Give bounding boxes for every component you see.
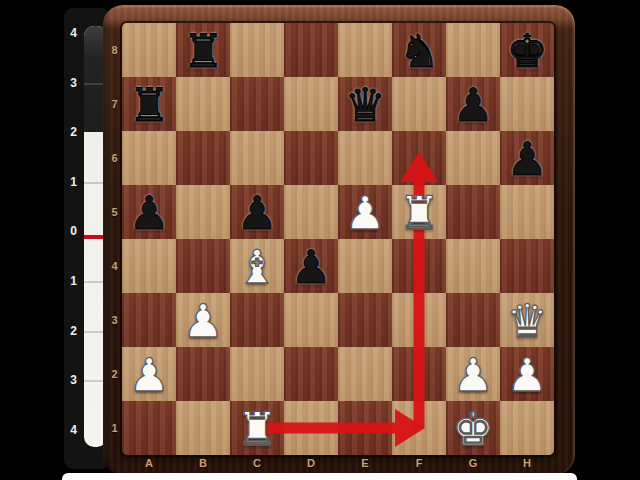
file-label-F: F [412, 457, 426, 469]
square-a2[interactable] [122, 347, 176, 401]
chess-board [122, 23, 554, 455]
square-g2[interactable] [446, 347, 500, 401]
square-d2[interactable] [284, 347, 338, 401]
eval-label-0: 4 [65, 25, 82, 41]
file-label-G: G [466, 457, 480, 469]
square-f1[interactable] [392, 401, 446, 455]
square-h2[interactable] [500, 347, 554, 401]
square-d1[interactable] [284, 401, 338, 455]
square-e7[interactable] [338, 77, 392, 131]
square-h8[interactable] [500, 23, 554, 77]
square-c8[interactable] [230, 23, 284, 77]
file-label-H: H [520, 457, 534, 469]
square-d6[interactable] [284, 131, 338, 185]
square-f7[interactable] [392, 77, 446, 131]
square-h7[interactable] [500, 77, 554, 131]
square-b5[interactable] [176, 185, 230, 239]
square-a5[interactable] [122, 185, 176, 239]
bottom-white-strip [62, 473, 577, 480]
square-h3[interactable] [500, 293, 554, 347]
eval-label-4: 0 [65, 223, 82, 239]
file-label-C: C [250, 457, 264, 469]
rank-label-7: 7 [108, 98, 121, 110]
board-frame: 87654321 ABCDEFGH [103, 5, 575, 475]
square-b1[interactable] [176, 401, 230, 455]
square-c7[interactable] [230, 77, 284, 131]
square-c1[interactable] [230, 401, 284, 455]
file-label-B: B [196, 457, 210, 469]
square-c6[interactable] [230, 131, 284, 185]
file-label-D: D [304, 457, 318, 469]
square-b8[interactable] [176, 23, 230, 77]
square-a1[interactable] [122, 401, 176, 455]
rank-label-1: 1 [108, 422, 121, 434]
square-e3[interactable] [338, 293, 392, 347]
square-h1[interactable] [500, 401, 554, 455]
file-label-A: A [142, 457, 156, 469]
square-e2[interactable] [338, 347, 392, 401]
rank-label-2: 2 [108, 368, 121, 380]
rank-label-4: 4 [108, 260, 121, 272]
square-f2[interactable] [392, 347, 446, 401]
square-c3[interactable] [230, 293, 284, 347]
square-g3[interactable] [446, 293, 500, 347]
square-f3[interactable] [392, 293, 446, 347]
square-g1[interactable] [446, 401, 500, 455]
rank-label-5: 5 [108, 206, 121, 218]
square-h4[interactable] [500, 239, 554, 293]
square-c2[interactable] [230, 347, 284, 401]
square-e1[interactable] [338, 401, 392, 455]
square-f8[interactable] [392, 23, 446, 77]
video-frame: 432101234 87654321 ABCDEFGH ♜♞♚♜♛♟♟♟♟♟♜♝… [0, 0, 640, 480]
square-g7[interactable] [446, 77, 500, 131]
square-b7[interactable] [176, 77, 230, 131]
rank-label-6: 6 [108, 152, 121, 164]
square-b6[interactable] [176, 131, 230, 185]
eval-label-8: 4 [65, 422, 82, 438]
square-e4[interactable] [338, 239, 392, 293]
square-d8[interactable] [284, 23, 338, 77]
square-b2[interactable] [176, 347, 230, 401]
square-d5[interactable] [284, 185, 338, 239]
square-f4[interactable] [392, 239, 446, 293]
eval-label-1: 3 [65, 75, 82, 91]
eval-label-6: 2 [65, 323, 82, 339]
square-g4[interactable] [446, 239, 500, 293]
square-a6[interactable] [122, 131, 176, 185]
square-d7[interactable] [284, 77, 338, 131]
square-e5[interactable] [338, 185, 392, 239]
eval-label-7: 3 [65, 372, 82, 388]
rank-label-8: 8 [108, 44, 121, 56]
square-b3[interactable] [176, 293, 230, 347]
eval-label-2: 2 [65, 124, 82, 140]
square-a4[interactable] [122, 239, 176, 293]
square-c4[interactable] [230, 239, 284, 293]
square-f6[interactable] [392, 131, 446, 185]
square-f5[interactable] [392, 185, 446, 239]
square-a7[interactable] [122, 77, 176, 131]
square-d4[interactable] [284, 239, 338, 293]
square-b4[interactable] [176, 239, 230, 293]
square-e8[interactable] [338, 23, 392, 77]
square-a8[interactable] [122, 23, 176, 77]
square-c5[interactable] [230, 185, 284, 239]
rank-label-3: 3 [108, 314, 121, 326]
square-a3[interactable] [122, 293, 176, 347]
square-g6[interactable] [446, 131, 500, 185]
file-label-E: E [358, 457, 372, 469]
square-d3[interactable] [284, 293, 338, 347]
square-g8[interactable] [446, 23, 500, 77]
eval-label-5: 1 [65, 273, 82, 289]
square-h6[interactable] [500, 131, 554, 185]
eval-label-3: 1 [65, 174, 82, 190]
square-h5[interactable] [500, 185, 554, 239]
square-g5[interactable] [446, 185, 500, 239]
square-e6[interactable] [338, 131, 392, 185]
